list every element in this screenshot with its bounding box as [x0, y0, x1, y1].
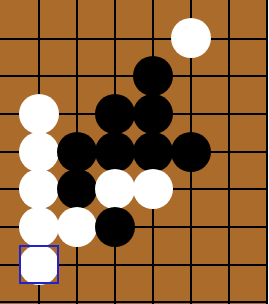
board-intersection[interactable]	[134, 133, 172, 171]
board-intersection[interactable]	[172, 170, 210, 208]
white-stone	[95, 169, 135, 209]
board-intersection[interactable]	[20, 57, 58, 95]
board-intersection[interactable]	[210, 95, 248, 133]
black-stone	[57, 132, 97, 172]
board-intersection[interactable]	[210, 283, 248, 304]
board-intersection[interactable]	[172, 20, 210, 58]
board-intersection[interactable]	[172, 246, 210, 284]
board-intersection[interactable]	[248, 246, 269, 284]
board-intersection[interactable]	[20, 20, 58, 58]
board-intersection[interactable]	[58, 95, 96, 133]
board-intersection[interactable]	[134, 283, 172, 304]
board-intersection[interactable]	[20, 170, 58, 208]
board-intersection[interactable]	[248, 57, 269, 95]
board-intersection[interactable]	[248, 20, 269, 58]
white-stone	[171, 18, 211, 58]
board-intersection[interactable]	[58, 208, 96, 246]
board-intersection[interactable]	[58, 57, 96, 95]
stone-grid	[20, 20, 269, 304]
board-intersection[interactable]	[20, 283, 58, 304]
board-intersection[interactable]	[134, 57, 172, 95]
white-stone	[57, 207, 97, 247]
board-intersection[interactable]	[134, 20, 172, 58]
board-intersection[interactable]	[210, 170, 248, 208]
black-stone	[95, 207, 135, 247]
board-intersection[interactable]	[248, 170, 269, 208]
black-stone	[57, 169, 97, 209]
white-stone	[19, 132, 59, 172]
board-intersection[interactable]	[248, 95, 269, 133]
board-intersection[interactable]	[210, 57, 248, 95]
black-stone	[133, 56, 173, 96]
board-intersection[interactable]	[96, 283, 134, 304]
board-intersection[interactable]	[20, 208, 58, 246]
board-intersection[interactable]	[134, 246, 172, 284]
white-stone	[133, 169, 173, 209]
board-intersection[interactable]	[96, 20, 134, 58]
board-intersection[interactable]	[58, 283, 96, 304]
black-stone	[95, 94, 135, 134]
black-stone	[133, 94, 173, 134]
board-intersection[interactable]	[96, 95, 134, 133]
board-intersection[interactable]	[248, 283, 269, 304]
board-intersection[interactable]	[172, 283, 210, 304]
board-intersection[interactable]	[134, 208, 172, 246]
board-intersection[interactable]	[20, 95, 58, 133]
white-stone	[19, 207, 59, 247]
board-intersection[interactable]	[134, 95, 172, 133]
board-intersection[interactable]	[58, 246, 96, 284]
board-intersection[interactable]	[58, 170, 96, 208]
board-intersection[interactable]	[172, 208, 210, 246]
board-intersection[interactable]	[96, 57, 134, 95]
board-intersection[interactable]	[210, 133, 248, 171]
black-stone	[95, 132, 135, 172]
board-intersection[interactable]	[172, 95, 210, 133]
black-stone	[133, 132, 173, 172]
board-intersection[interactable]	[134, 170, 172, 208]
board-intersection[interactable]	[172, 57, 210, 95]
board-intersection[interactable]	[96, 170, 134, 208]
board-intersection[interactable]	[96, 133, 134, 171]
white-stone	[19, 94, 59, 134]
black-stone	[171, 132, 211, 172]
board-intersection[interactable]	[96, 208, 134, 246]
board-intersection[interactable]	[20, 246, 58, 284]
board-intersection[interactable]	[210, 246, 248, 284]
board-intersection[interactable]	[248, 208, 269, 246]
white-stone	[19, 169, 59, 209]
board-intersection[interactable]	[58, 133, 96, 171]
board-intersection[interactable]	[210, 20, 248, 58]
board-intersection[interactable]	[210, 208, 248, 246]
last-move-marker-square	[19, 245, 59, 285]
board-intersection[interactable]	[172, 133, 210, 171]
board-intersection[interactable]	[58, 20, 96, 58]
board-intersection[interactable]	[248, 133, 269, 171]
board-intersection[interactable]	[20, 133, 58, 171]
go-board[interactable]	[0, 0, 268, 304]
board-intersection[interactable]	[96, 246, 134, 284]
